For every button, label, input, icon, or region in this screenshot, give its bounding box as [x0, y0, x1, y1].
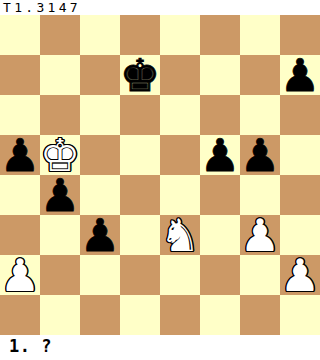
square-c3[interactable]: ♟ [80, 215, 120, 255]
puzzle-id: T1.3147 [0, 0, 320, 15]
square-d5[interactable] [120, 135, 160, 175]
black-pawn[interactable]: ♟ [280, 56, 320, 96]
black-pawn[interactable]: ♟ [0, 136, 40, 176]
square-h5[interactable] [280, 135, 320, 175]
black-pawn[interactable]: ♟ [40, 176, 80, 216]
white-pawn[interactable]: ♟ [240, 216, 280, 256]
black-pawn[interactable]: ♟ [240, 136, 280, 176]
square-g5[interactable]: ♟ [240, 135, 280, 175]
square-e7[interactable] [160, 55, 200, 95]
square-g3[interactable]: ♟ [240, 215, 280, 255]
square-b8[interactable] [40, 15, 80, 55]
square-e6[interactable] [160, 95, 200, 135]
square-h4[interactable] [280, 175, 320, 215]
square-g7[interactable] [240, 55, 280, 95]
square-f7[interactable] [200, 55, 240, 95]
square-h7[interactable]: ♟ [280, 55, 320, 95]
black-pawn[interactable]: ♟ [80, 216, 120, 256]
square-c8[interactable] [80, 15, 120, 55]
square-h2[interactable]: ♟ [280, 255, 320, 295]
square-d2[interactable] [120, 255, 160, 295]
chess-diagram: T1.3147 ♚♟♟♚♟♟♟♟♞♟♟♟ 1. ? [0, 0, 320, 360]
square-d7[interactable]: ♚ [120, 55, 160, 95]
white-knight[interactable]: ♞ [160, 216, 200, 256]
square-f1[interactable] [200, 295, 240, 335]
square-e1[interactable] [160, 295, 200, 335]
square-d1[interactable] [120, 295, 160, 335]
chess-board: ♚♟♟♚♟♟♟♟♞♟♟♟ [0, 15, 320, 335]
square-b2[interactable] [40, 255, 80, 295]
square-b7[interactable] [40, 55, 80, 95]
square-f8[interactable] [200, 15, 240, 55]
square-a5[interactable]: ♟ [0, 135, 40, 175]
square-b4[interactable]: ♟ [40, 175, 80, 215]
square-f3[interactable] [200, 215, 240, 255]
square-f5[interactable]: ♟ [200, 135, 240, 175]
square-d4[interactable] [120, 175, 160, 215]
square-e5[interactable] [160, 135, 200, 175]
black-king[interactable]: ♚ [120, 56, 160, 96]
square-d3[interactable] [120, 215, 160, 255]
square-f2[interactable] [200, 255, 240, 295]
square-b1[interactable] [40, 295, 80, 335]
square-c7[interactable] [80, 55, 120, 95]
square-e8[interactable] [160, 15, 200, 55]
move-prompt: 1. ? [0, 335, 320, 360]
square-c1[interactable] [80, 295, 120, 335]
square-g1[interactable] [240, 295, 280, 335]
white-pawn[interactable]: ♟ [280, 256, 320, 296]
square-c5[interactable] [80, 135, 120, 175]
square-a7[interactable] [0, 55, 40, 95]
square-a2[interactable]: ♟ [0, 255, 40, 295]
square-e3[interactable]: ♞ [160, 215, 200, 255]
square-g8[interactable] [240, 15, 280, 55]
white-pawn[interactable]: ♟ [0, 256, 40, 296]
square-a8[interactable] [0, 15, 40, 55]
square-c6[interactable] [80, 95, 120, 135]
black-pawn[interactable]: ♟ [200, 136, 240, 176]
